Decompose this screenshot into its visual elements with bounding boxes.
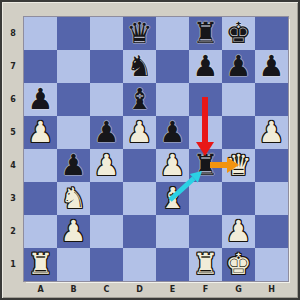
square-h8[interactable] xyxy=(255,17,288,50)
square-h5[interactable]: ♟ xyxy=(255,116,288,149)
square-d5[interactable]: ♟ xyxy=(123,116,156,149)
square-e3[interactable]: ♝ xyxy=(156,182,189,215)
square-b8[interactable] xyxy=(57,17,90,50)
square-d3[interactable] xyxy=(123,182,156,215)
white-king-g1[interactable]: ♚ xyxy=(222,248,255,281)
square-a3[interactable] xyxy=(24,182,57,215)
square-a5[interactable]: ♟ xyxy=(24,116,57,149)
square-g8[interactable]: ♚ xyxy=(222,17,255,50)
white-pawn-a5[interactable]: ♟ xyxy=(24,116,57,149)
white-rook-a1[interactable]: ♜ xyxy=(24,248,57,281)
black-king-g8[interactable]: ♚ xyxy=(222,17,255,50)
square-g7[interactable]: ♟ xyxy=(222,50,255,83)
square-f6[interactable] xyxy=(189,83,222,116)
square-f1[interactable]: ♜ xyxy=(189,248,222,281)
rank-label-8: 8 xyxy=(4,17,22,50)
rank-label-4: 4 xyxy=(4,149,22,182)
rank-label-2: 2 xyxy=(4,215,22,248)
file-label-a: A xyxy=(24,283,57,297)
square-a6[interactable]: ♟ xyxy=(24,83,57,116)
chess-board: ♛♜♚♞♟♟♟♟♝♟♟♟♟♟♟♟♟♜♛♞♝♟♟♜♜♚ xyxy=(24,17,288,281)
board-frame: 87654321 ABCDEFGH ♛♜♚♞♟♟♟♟♝♟♟♟♟♟♟♟♟♜♛♞♝♟… xyxy=(0,0,300,300)
square-e7[interactable] xyxy=(156,50,189,83)
file-label-d: D xyxy=(123,283,156,297)
square-c5[interactable]: ♟ xyxy=(90,116,123,149)
square-b1[interactable] xyxy=(57,248,90,281)
square-e5[interactable]: ♟ xyxy=(156,116,189,149)
square-d8[interactable]: ♛ xyxy=(123,17,156,50)
black-pawn-g7[interactable]: ♟ xyxy=(222,50,255,83)
square-e4[interactable]: ♟ xyxy=(156,149,189,182)
square-g6[interactable] xyxy=(222,83,255,116)
white-queen-g4[interactable]: ♛ xyxy=(222,149,255,182)
square-b2[interactable]: ♟ xyxy=(57,215,90,248)
square-c7[interactable] xyxy=(90,50,123,83)
white-pawn-g2[interactable]: ♟ xyxy=(222,215,255,248)
black-rook-f8[interactable]: ♜ xyxy=(189,17,222,50)
square-e1[interactable] xyxy=(156,248,189,281)
square-f5[interactable] xyxy=(189,116,222,149)
black-pawn-f7[interactable]: ♟ xyxy=(189,50,222,83)
square-e6[interactable] xyxy=(156,83,189,116)
black-knight-d7[interactable]: ♞ xyxy=(123,50,156,83)
square-c3[interactable] xyxy=(90,182,123,215)
square-g1[interactable]: ♚ xyxy=(222,248,255,281)
square-e8[interactable] xyxy=(156,17,189,50)
square-b7[interactable] xyxy=(57,50,90,83)
square-a8[interactable] xyxy=(24,17,57,50)
square-a7[interactable] xyxy=(24,50,57,83)
square-c4[interactable]: ♟ xyxy=(90,149,123,182)
white-pawn-c4[interactable]: ♟ xyxy=(90,149,123,182)
black-bishop-d6[interactable]: ♝ xyxy=(123,83,156,116)
square-h4[interactable] xyxy=(255,149,288,182)
rank-label-3: 3 xyxy=(4,182,22,215)
rank-label-6: 6 xyxy=(4,83,22,116)
white-knight-b3[interactable]: ♞ xyxy=(57,182,90,215)
white-pawn-b2[interactable]: ♟ xyxy=(57,215,90,248)
white-pawn-h5[interactable]: ♟ xyxy=(255,116,288,149)
white-rook-f1[interactable]: ♜ xyxy=(189,248,222,281)
black-rook-f4[interactable]: ♜ xyxy=(189,149,222,182)
square-b6[interactable] xyxy=(57,83,90,116)
square-f2[interactable] xyxy=(189,215,222,248)
square-h6[interactable] xyxy=(255,83,288,116)
square-d4[interactable] xyxy=(123,149,156,182)
white-pawn-d5[interactable]: ♟ xyxy=(123,116,156,149)
square-h2[interactable] xyxy=(255,215,288,248)
file-label-e: E xyxy=(156,283,189,297)
square-b5[interactable] xyxy=(57,116,90,149)
square-d7[interactable]: ♞ xyxy=(123,50,156,83)
file-label-h: H xyxy=(255,283,288,297)
square-c6[interactable] xyxy=(90,83,123,116)
square-a1[interactable]: ♜ xyxy=(24,248,57,281)
square-c1[interactable] xyxy=(90,248,123,281)
file-label-f: F xyxy=(189,283,222,297)
square-h7[interactable]: ♟ xyxy=(255,50,288,83)
square-f8[interactable]: ♜ xyxy=(189,17,222,50)
black-pawn-c5[interactable]: ♟ xyxy=(90,116,123,149)
square-g5[interactable] xyxy=(222,116,255,149)
square-a2[interactable] xyxy=(24,215,57,248)
square-f3[interactable] xyxy=(189,182,222,215)
square-a4[interactable] xyxy=(24,149,57,182)
square-h3[interactable] xyxy=(255,182,288,215)
black-pawn-a6[interactable]: ♟ xyxy=(24,83,57,116)
square-c8[interactable] xyxy=(90,17,123,50)
square-d2[interactable] xyxy=(123,215,156,248)
square-b4[interactable]: ♟ xyxy=(57,149,90,182)
rank-label-7: 7 xyxy=(4,50,22,83)
square-e2[interactable] xyxy=(156,215,189,248)
black-pawn-h7[interactable]: ♟ xyxy=(255,50,288,83)
square-g4[interactable]: ♛ xyxy=(222,149,255,182)
square-g3[interactable] xyxy=(222,182,255,215)
square-f7[interactable]: ♟ xyxy=(189,50,222,83)
white-bishop-e3[interactable]: ♝ xyxy=(156,182,189,215)
file-label-g: G xyxy=(222,283,255,297)
rank-label-1: 1 xyxy=(4,248,22,281)
black-pawn-e5[interactable]: ♟ xyxy=(156,116,189,149)
black-queen-d8[interactable]: ♛ xyxy=(123,17,156,50)
file-label-c: C xyxy=(90,283,123,297)
white-pawn-e4[interactable]: ♟ xyxy=(156,149,189,182)
square-h1[interactable] xyxy=(255,248,288,281)
square-f4[interactable]: ♜ xyxy=(189,149,222,182)
square-c2[interactable] xyxy=(90,215,123,248)
square-b3[interactable]: ♞ xyxy=(57,182,90,215)
square-g2[interactable]: ♟ xyxy=(222,215,255,248)
square-d6[interactable]: ♝ xyxy=(123,83,156,116)
rank-label-5: 5 xyxy=(4,116,22,149)
black-pawn-b4[interactable]: ♟ xyxy=(57,149,90,182)
square-d1[interactable] xyxy=(123,248,156,281)
file-label-b: B xyxy=(57,283,90,297)
